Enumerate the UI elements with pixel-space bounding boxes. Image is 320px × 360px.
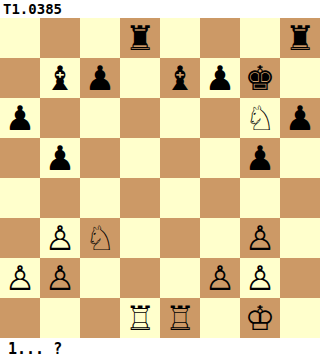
square-e4[interactable] (160, 178, 200, 218)
square-a2[interactable]: ♙ (0, 258, 40, 298)
square-a7[interactable] (0, 58, 40, 98)
square-f4[interactable] (200, 178, 240, 218)
black-rook: ♜ (285, 18, 315, 58)
square-f6[interactable] (200, 98, 240, 138)
square-h5[interactable] (280, 138, 320, 178)
square-g5[interactable]: ♟ (240, 138, 280, 178)
square-d2[interactable] (120, 258, 160, 298)
square-h1[interactable] (280, 298, 320, 338)
square-f8[interactable] (200, 18, 240, 58)
square-e3[interactable] (160, 218, 200, 258)
square-f1[interactable] (200, 298, 240, 338)
square-h2[interactable] (280, 258, 320, 298)
square-b2[interactable]: ♙ (40, 258, 80, 298)
square-e1[interactable]: ♖ (160, 298, 200, 338)
square-f3[interactable] (200, 218, 240, 258)
square-d4[interactable] (120, 178, 160, 218)
square-d7[interactable] (120, 58, 160, 98)
white-rook: ♖ (165, 298, 195, 338)
black-rook: ♜ (125, 18, 155, 58)
square-b5[interactable]: ♟ (40, 138, 80, 178)
square-c8[interactable] (80, 18, 120, 58)
square-g4[interactable] (240, 178, 280, 218)
square-c7[interactable]: ♟ (80, 58, 120, 98)
black-pawn: ♟ (45, 138, 75, 178)
square-g2[interactable]: ♙ (240, 258, 280, 298)
square-a8[interactable] (0, 18, 40, 58)
square-h6[interactable]: ♟ (280, 98, 320, 138)
square-h8[interactable]: ♜ (280, 18, 320, 58)
square-b4[interactable] (40, 178, 80, 218)
black-bishop: ♝ (45, 58, 75, 98)
square-b7[interactable]: ♝ (40, 58, 80, 98)
white-pawn: ♙ (5, 258, 35, 298)
square-c4[interactable] (80, 178, 120, 218)
black-pawn: ♟ (205, 58, 235, 98)
move-prompt: 1... ? (0, 338, 320, 360)
square-e7[interactable]: ♝ (160, 58, 200, 98)
square-b3[interactable]: ♙ (40, 218, 80, 258)
square-d1[interactable]: ♖ (120, 298, 160, 338)
square-h3[interactable] (280, 218, 320, 258)
chess-board: ♜♜♝♟♝♟♚♟♘♟♟♟♙♘♙♙♙♙♙♖♖♔ (0, 18, 320, 338)
white-pawn: ♙ (245, 218, 275, 258)
square-h4[interactable] (280, 178, 320, 218)
square-b6[interactable] (40, 98, 80, 138)
square-a1[interactable] (0, 298, 40, 338)
square-c6[interactable] (80, 98, 120, 138)
square-e2[interactable] (160, 258, 200, 298)
white-pawn: ♙ (45, 258, 75, 298)
puzzle-page: T1.0385 ♜♜♝♟♝♟♚♟♘♟♟♟♙♘♙♙♙♙♙♖♖♔ 1... ? (0, 0, 320, 360)
square-b1[interactable] (40, 298, 80, 338)
square-a3[interactable] (0, 218, 40, 258)
square-d8[interactable]: ♜ (120, 18, 160, 58)
square-f2[interactable]: ♙ (200, 258, 240, 298)
puzzle-id: T1.0385 (0, 0, 320, 18)
black-pawn: ♟ (5, 98, 35, 138)
square-a5[interactable] (0, 138, 40, 178)
square-c5[interactable] (80, 138, 120, 178)
white-pawn: ♙ (45, 218, 75, 258)
square-e6[interactable] (160, 98, 200, 138)
square-g7[interactable]: ♚ (240, 58, 280, 98)
white-pawn: ♙ (205, 258, 235, 298)
white-pawn: ♙ (245, 258, 275, 298)
square-h7[interactable] (280, 58, 320, 98)
square-e5[interactable] (160, 138, 200, 178)
square-c2[interactable] (80, 258, 120, 298)
white-knight: ♘ (245, 98, 275, 138)
square-a4[interactable] (0, 178, 40, 218)
square-f5[interactable] (200, 138, 240, 178)
black-bishop: ♝ (165, 58, 195, 98)
white-knight: ♘ (85, 218, 115, 258)
black-pawn: ♟ (285, 98, 315, 138)
square-a6[interactable]: ♟ (0, 98, 40, 138)
square-d6[interactable] (120, 98, 160, 138)
black-pawn: ♟ (245, 138, 275, 178)
square-f7[interactable]: ♟ (200, 58, 240, 98)
square-c1[interactable] (80, 298, 120, 338)
square-g6[interactable]: ♘ (240, 98, 280, 138)
black-pawn: ♟ (85, 58, 115, 98)
square-e8[interactable] (160, 18, 200, 58)
black-king: ♚ (245, 58, 275, 98)
square-g1[interactable]: ♔ (240, 298, 280, 338)
square-d3[interactable] (120, 218, 160, 258)
white-rook: ♖ (125, 298, 155, 338)
square-g8[interactable] (240, 18, 280, 58)
square-g3[interactable]: ♙ (240, 218, 280, 258)
white-king: ♔ (245, 298, 275, 338)
square-d5[interactable] (120, 138, 160, 178)
square-c3[interactable]: ♘ (80, 218, 120, 258)
square-b8[interactable] (40, 18, 80, 58)
